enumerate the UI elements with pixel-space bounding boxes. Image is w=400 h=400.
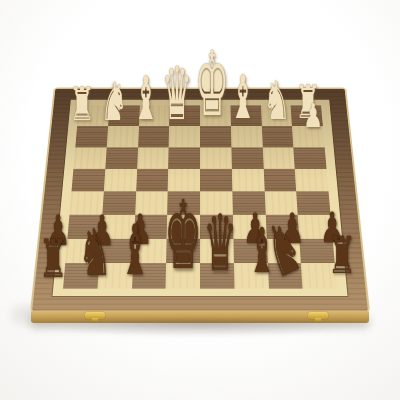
piece-dark-knight-g8[interactable]: ♞ — [78, 220, 112, 285]
square-d3[interactable] — [200, 147, 232, 169]
piece-dark-rook-h8[interactable]: ♜ — [39, 232, 68, 285]
piece-light-bishop-c1[interactable]: ♝ — [230, 68, 257, 128]
piece-dark-bishop-f8[interactable]: ♝ — [120, 215, 150, 284]
piece-light-knight-g1[interactable]: ♞ — [100, 75, 128, 128]
square-d4[interactable] — [200, 169, 232, 191]
square-a4[interactable] — [295, 169, 329, 191]
square-f3[interactable] — [137, 147, 169, 169]
piece-light-knight-b1[interactable]: ♞ — [263, 74, 291, 127]
box-front-edge — [31, 311, 369, 323]
piece-light-pawn-a2[interactable]: ♟ — [303, 100, 323, 133]
square-c4[interactable] — [232, 169, 265, 191]
square-g3[interactable] — [105, 147, 138, 169]
piece-light-king-d1[interactable]: ♚ — [195, 40, 229, 129]
square-h3[interactable] — [73, 147, 106, 169]
brass-clasp-right — [308, 312, 328, 319]
piece-dark-king-e8[interactable]: ♚ — [164, 190, 202, 285]
square-a3[interactable] — [294, 147, 327, 169]
brass-clasp-left — [85, 312, 105, 319]
square-g4[interactable] — [104, 169, 137, 191]
chess-set-photo: ♜♞♝♛♚♝♞♜♟♟♟♟♟♟♟♜♞♝♚♛♝♞♜ — [0, 0, 400, 400]
square-c3[interactable] — [231, 147, 263, 169]
piece-dark-rook-a8[interactable]: ♜ — [328, 230, 357, 281]
piece-light-rook-h1[interactable]: ♜ — [69, 82, 95, 128]
square-b3[interactable] — [262, 147, 295, 169]
square-e3[interactable] — [168, 147, 200, 169]
square-b4[interactable] — [263, 169, 296, 191]
square-h4[interactable] — [71, 169, 105, 191]
piece-light-queen-e1[interactable]: ♛ — [162, 57, 192, 130]
piece-dark-queen-d8[interactable]: ♛ — [203, 205, 236, 283]
piece-light-bishop-f1[interactable]: ♝ — [133, 69, 160, 129]
